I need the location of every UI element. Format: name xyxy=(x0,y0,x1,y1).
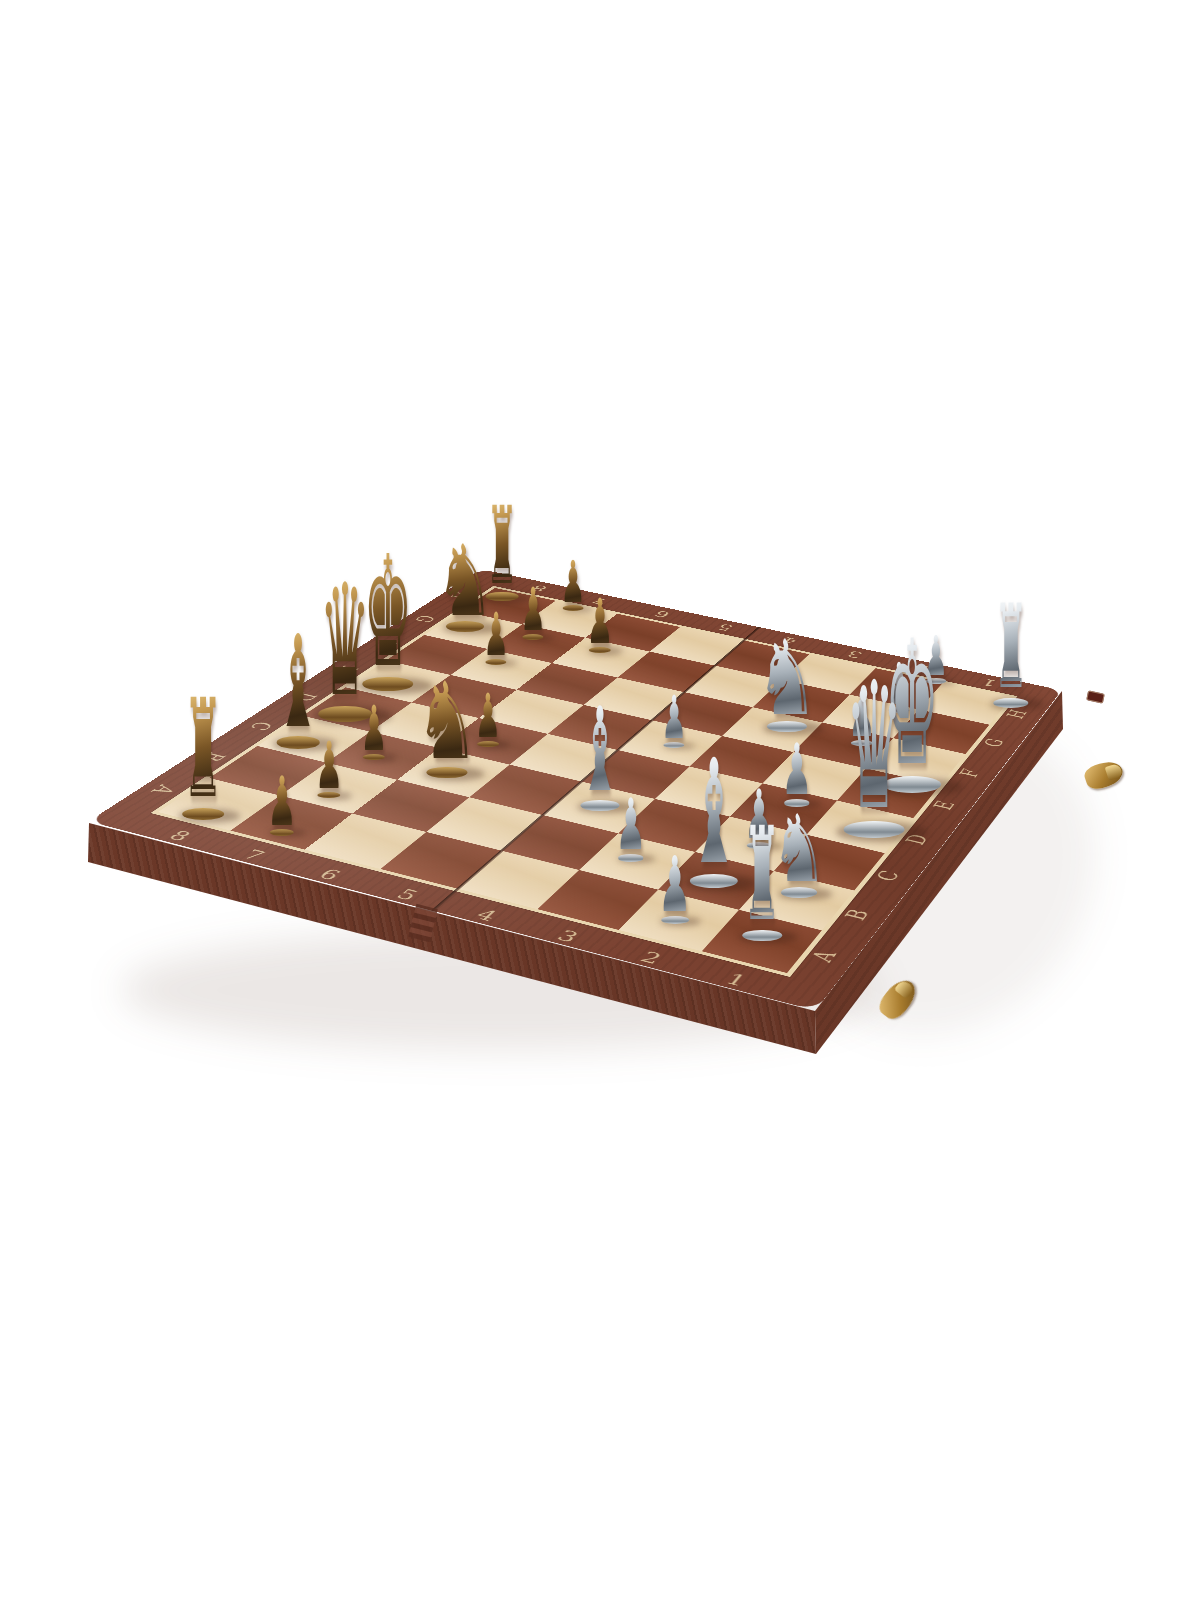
brand-stamp-icon xyxy=(1086,690,1105,703)
brass-latch-icon[interactable] xyxy=(1082,758,1126,793)
rook-glyph: ♜ xyxy=(994,590,1028,706)
product-photo-canvas: 88AA77BB66CC55DD44EE33FF22GG11HH ♜♟♞♟♟♟♚… xyxy=(0,0,1200,1600)
king-glyph: ♚ xyxy=(364,535,413,688)
pawn-glyph: ♟ xyxy=(267,767,296,835)
pawn-glyph: ♟ xyxy=(315,733,343,798)
pawn-glyph: ♟ xyxy=(520,581,546,640)
pawn-glyph: ♟ xyxy=(616,790,647,861)
pawn-glyph: ♟ xyxy=(560,553,585,611)
pawn-glyph: ♟ xyxy=(658,846,691,923)
bishop-glyph: ♝ xyxy=(276,619,320,746)
rook-glyph: ♜ xyxy=(743,810,780,939)
pawn-glyph: ♟ xyxy=(361,698,388,760)
knight-glyph: ♞ xyxy=(756,626,818,730)
bishop-glyph: ♝ xyxy=(689,741,739,885)
knight-glyph: ♞ xyxy=(415,669,479,776)
queen-glyph: ♛ xyxy=(845,659,903,835)
rook-glyph: ♜ xyxy=(183,682,222,818)
pawn-glyph: ♟ xyxy=(483,606,509,665)
bishop-glyph: ♝ xyxy=(580,693,620,809)
pawn-glyph: ♟ xyxy=(661,689,687,748)
pawn-glyph: ♟ xyxy=(587,591,614,653)
